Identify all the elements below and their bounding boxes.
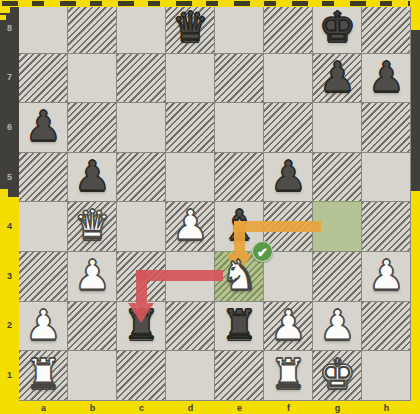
file-label-g: g [313, 403, 362, 413]
square-e6[interactable] [215, 103, 264, 153]
file-label-f: f [264, 403, 313, 413]
piece-black-queen-d8[interactable]: ♛ [166, 3, 215, 53]
square-g6[interactable] [313, 103, 362, 153]
arrow-g4-e3-segment [234, 221, 321, 232]
square-f8[interactable] [264, 4, 313, 54]
square-a4[interactable] [19, 202, 68, 252]
square-c8[interactable] [117, 4, 166, 54]
square-d6[interactable] [166, 103, 215, 153]
square-f6[interactable] [264, 103, 313, 153]
square-c4[interactable] [117, 202, 166, 252]
square-f7[interactable] [264, 54, 313, 104]
piece-white-king-g1[interactable]: ♚ [313, 350, 362, 400]
square-a3[interactable] [19, 252, 68, 302]
rank-label-1: 1 [0, 370, 19, 380]
piece-white-pawn-g2[interactable]: ♟ [313, 301, 362, 351]
rank-label-4: 4 [0, 221, 19, 231]
arrow-e3-c2-segment [136, 270, 223, 281]
square-c7[interactable] [117, 54, 166, 104]
square-e7[interactable] [215, 54, 264, 104]
piece-black-pawn-g7[interactable]: ♟ [313, 53, 362, 103]
piece-white-pawn-f2[interactable]: ♟ [264, 301, 313, 351]
page-panel-left [0, 7, 19, 197]
file-label-a: a [19, 403, 68, 413]
square-h1[interactable] [362, 351, 411, 401]
square-h8[interactable] [362, 4, 411, 54]
page-panel-right [411, 30, 420, 191]
square-d1[interactable] [166, 351, 215, 401]
piece-white-pawn-a2[interactable]: ♟ [19, 301, 68, 351]
square-a8[interactable] [19, 4, 68, 54]
file-label-h: h [362, 403, 411, 413]
square-h4[interactable] [362, 202, 411, 252]
piece-black-pawn-h7[interactable]: ♟ [362, 53, 411, 103]
rank-label-2: 2 [0, 320, 19, 330]
cropped-toolbar-strip [0, 0, 420, 7]
square-h5[interactable] [362, 153, 411, 203]
square-h2[interactable] [362, 302, 411, 352]
square-a5[interactable] [19, 153, 68, 203]
arrow-e3-c2-head [128, 303, 154, 323]
piece-white-pawn-d4[interactable]: ♟ [166, 201, 215, 251]
piece-white-pawn-h3[interactable]: ♟ [362, 251, 411, 301]
piece-white-rook-f1[interactable]: ♜ [264, 350, 313, 400]
piece-black-rook-e2[interactable]: ♜ [215, 301, 264, 351]
rank-label-3: 3 [0, 271, 19, 281]
piece-white-queen-b4[interactable]: ♛ [68, 201, 117, 251]
arrow-e3-c2-segment [136, 270, 147, 303]
square-c1[interactable] [117, 351, 166, 401]
square-f3[interactable] [264, 252, 313, 302]
rank-label-6: 6 [0, 122, 19, 132]
square-c6[interactable] [117, 103, 166, 153]
square-d2[interactable] [166, 302, 215, 352]
square-e5[interactable] [215, 153, 264, 203]
file-label-e: e [215, 403, 264, 413]
chess-analysis-screenshot: 87654321abcdefgh ♛♚♟♟♟♟♟♛♟♝♟♞♟♟♜♜♟♟♜♜♚✔ [0, 0, 420, 414]
piece-black-king-g8[interactable]: ♚ [313, 3, 362, 53]
cropped-fragment [0, 189, 8, 197]
cropped-fragment [0, 15, 6, 20]
rank-label-5: 5 [0, 172, 19, 182]
square-e1[interactable] [215, 351, 264, 401]
cropped-toolbar-fragments [2, 1, 410, 6]
square-g3[interactable] [313, 252, 362, 302]
file-label-b: b [68, 403, 117, 413]
arrow-g4-e3-segment [234, 221, 245, 254]
piece-white-pawn-b3[interactable]: ♟ [68, 251, 117, 301]
square-g5[interactable] [313, 153, 362, 203]
square-b7[interactable] [68, 54, 117, 104]
square-c5[interactable] [117, 153, 166, 203]
correct-move-check-badge: ✔ [252, 241, 273, 262]
square-e8[interactable] [215, 4, 264, 54]
cropped-fragment [0, 7, 10, 13]
piece-black-pawn-f5[interactable]: ♟ [264, 152, 313, 202]
square-b8[interactable] [68, 4, 117, 54]
square-b2[interactable] [68, 302, 117, 352]
piece-black-pawn-b5[interactable]: ♟ [68, 152, 117, 202]
file-label-d: d [166, 403, 215, 413]
piece-white-rook-a1[interactable]: ♜ [19, 350, 68, 400]
square-d5[interactable] [166, 153, 215, 203]
square-b1[interactable] [68, 351, 117, 401]
rank-label-8: 8 [0, 23, 19, 33]
file-label-c: c [117, 403, 166, 413]
square-a7[interactable] [19, 54, 68, 104]
piece-black-pawn-a6[interactable]: ♟ [19, 102, 68, 152]
rank-label-7: 7 [0, 72, 19, 82]
square-b6[interactable] [68, 103, 117, 153]
square-d7[interactable] [166, 54, 215, 104]
square-h6[interactable] [362, 103, 411, 153]
